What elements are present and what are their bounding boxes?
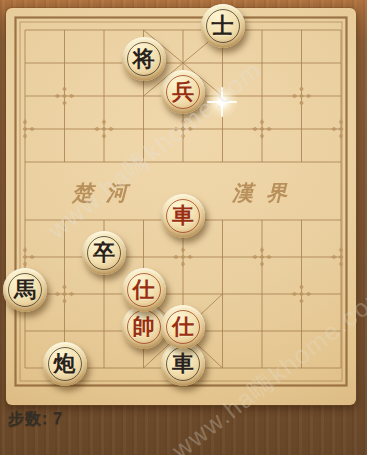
piece-glyph: 車 bbox=[172, 205, 194, 227]
piece-black-horse[interactable]: 馬 bbox=[3, 268, 47, 312]
status-bar: 步数:7 bbox=[8, 409, 63, 430]
piece-red-soldier[interactable]: 兵 bbox=[161, 70, 205, 114]
piece-glyph: 帥 bbox=[133, 316, 155, 338]
piece-black-general[interactable]: 将 bbox=[122, 37, 166, 81]
piece-red-advisor-1[interactable]: 仕 bbox=[122, 268, 166, 312]
river-label-left: 楚河 bbox=[72, 179, 140, 207]
piece-black-soldier[interactable]: 卒 bbox=[82, 231, 126, 275]
piece-glyph: 士 bbox=[212, 15, 234, 37]
game-screen: 楚河 漢界 士将兵車卒馬仕帥仕炮車 www.ha嗨khome.com www.h… bbox=[0, 0, 367, 455]
piece-glyph: 馬 bbox=[14, 279, 36, 301]
piece-glyph: 兵 bbox=[172, 81, 194, 103]
piece-glyph: 将 bbox=[133, 48, 155, 70]
piece-glyph: 車 bbox=[172, 353, 194, 375]
piece-glyph: 炮 bbox=[54, 353, 76, 375]
move-count-label: 步数: bbox=[8, 410, 48, 427]
move-count-value: 7 bbox=[53, 410, 63, 427]
piece-glyph: 卒 bbox=[93, 242, 115, 264]
piece-black-advisor[interactable]: 士 bbox=[201, 4, 245, 48]
piece-black-cannon[interactable]: 炮 bbox=[43, 342, 87, 386]
xiangqi-board[interactable]: 楚河 漢界 士将兵車卒馬仕帥仕炮車 bbox=[6, 8, 356, 405]
river-label-right: 漢界 bbox=[232, 179, 300, 207]
piece-glyph: 仕 bbox=[133, 279, 155, 301]
piece-red-chariot[interactable]: 車 bbox=[161, 194, 205, 238]
piece-glyph: 仕 bbox=[172, 316, 194, 338]
piece-red-advisor-2[interactable]: 仕 bbox=[161, 305, 205, 349]
